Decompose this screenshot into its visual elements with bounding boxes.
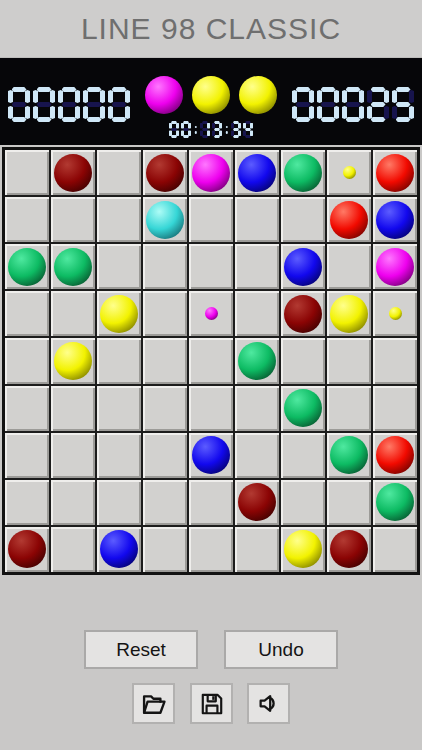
folder-open-icon: [140, 690, 168, 718]
board-cell-r5c5[interactable]: [189, 338, 233, 383]
board-cell-r6c2[interactable]: [51, 386, 95, 431]
score-right-display: [292, 87, 414, 122]
board-cell-r8c3[interactable]: [97, 480, 141, 525]
board-cell-r8c6[interactable]: [235, 480, 279, 525]
game-board: [2, 147, 420, 575]
darkred-ball[interactable]: [54, 154, 92, 192]
board-cell-r3c9[interactable]: [373, 244, 417, 289]
board-cell-r7c4[interactable]: [143, 433, 187, 478]
board-cell-r5c3[interactable]: [97, 338, 141, 383]
board-cell-r8c8[interactable]: [327, 480, 371, 525]
board-cell-r8c1[interactable]: [5, 480, 49, 525]
open-file-button[interactable]: [132, 683, 175, 724]
green-ball[interactable]: [284, 154, 322, 192]
board-cell-r5c1[interactable]: [5, 338, 49, 383]
green-ball[interactable]: [54, 248, 92, 286]
board-cell-r9c2[interactable]: [51, 527, 95, 572]
reset-button[interactable]: Reset: [84, 630, 198, 669]
board-cell-r3c6[interactable]: [235, 244, 279, 289]
darkred-ball[interactable]: [238, 483, 276, 521]
board-cell-r2c1[interactable]: [5, 197, 49, 242]
board-cell-r1c7[interactable]: [281, 150, 325, 195]
darkred-ball[interactable]: [330, 530, 368, 568]
board-cell-r3c5[interactable]: [189, 244, 233, 289]
board-cell-r2c9[interactable]: [373, 197, 417, 242]
blue-ball[interactable]: [100, 530, 138, 568]
board-cell-r4c1[interactable]: [5, 291, 49, 336]
green-ball[interactable]: [8, 248, 46, 286]
red-ball[interactable]: [376, 436, 414, 474]
board-cell-r1c5[interactable]: [189, 150, 233, 195]
board-cell-r7c1[interactable]: [5, 433, 49, 478]
board-cell-r6c3[interactable]: [97, 386, 141, 431]
board-cell-r4c3[interactable]: [97, 291, 141, 336]
board-cell-r4c7[interactable]: [281, 291, 325, 336]
yellow-ball-small[interactable]: [389, 307, 402, 320]
next-magenta-ball: [145, 76, 183, 114]
board-cell-r7c3[interactable]: [97, 433, 141, 478]
board-cell-r3c7[interactable]: [281, 244, 325, 289]
blue-ball[interactable]: [238, 154, 276, 192]
board-cell-r4c5[interactable]: [189, 291, 233, 336]
magenta-ball-small[interactable]: [205, 307, 218, 320]
yellow-ball[interactable]: [100, 295, 138, 333]
board-cell-r3c2[interactable]: [51, 244, 95, 289]
board-cell-r4c8[interactable]: [327, 291, 371, 336]
board-cell-r1c8[interactable]: [327, 150, 371, 195]
board-cell-r2c6[interactable]: [235, 197, 279, 242]
red-ball[interactable]: [376, 154, 414, 192]
speaker-icon: [255, 690, 282, 717]
board-cell-r8c9[interactable]: [373, 480, 417, 525]
undo-button[interactable]: Undo: [224, 630, 338, 669]
board-cell-r8c5[interactable]: [189, 480, 233, 525]
board-cell-r4c6[interactable]: [235, 291, 279, 336]
board-cell-r1c6[interactable]: [235, 150, 279, 195]
cyan-ball[interactable]: [146, 201, 184, 239]
board-cell-r4c9[interactable]: [373, 291, 417, 336]
board-cell-r6c5[interactable]: [189, 386, 233, 431]
board-cell-r8c4[interactable]: [143, 480, 187, 525]
board-cell-r8c7[interactable]: [281, 480, 325, 525]
board-cell-r9c3[interactable]: [97, 527, 141, 572]
red-ball[interactable]: [330, 201, 368, 239]
darkred-ball[interactable]: [146, 154, 184, 192]
yellow-ball-small[interactable]: [343, 166, 356, 179]
board-cell-r2c4[interactable]: [143, 197, 187, 242]
blue-ball[interactable]: [376, 201, 414, 239]
timer-display: [169, 121, 253, 138]
yellow-ball[interactable]: [330, 295, 368, 333]
board-cell-r1c4[interactable]: [143, 150, 187, 195]
app-screen: LINE 98 CLASSIC Reset Undo: [0, 0, 422, 750]
board-cell-r8c2[interactable]: [51, 480, 95, 525]
board-cell-r9c7[interactable]: [281, 527, 325, 572]
board-cell-r9c8[interactable]: [327, 527, 371, 572]
board-cell-r1c9[interactable]: [373, 150, 417, 195]
darkred-ball[interactable]: [284, 295, 322, 333]
board-cell-r5c6[interactable]: [235, 338, 279, 383]
board-cell-r3c1[interactable]: [5, 244, 49, 289]
board-cell-r2c7[interactable]: [281, 197, 325, 242]
board-cell-r5c8[interactable]: [327, 338, 371, 383]
board-cell-r7c8[interactable]: [327, 433, 371, 478]
board-cell-r4c4[interactable]: [143, 291, 187, 336]
next-balls-preview: [145, 76, 277, 114]
darkred-ball[interactable]: [8, 530, 46, 568]
yellow-ball[interactable]: [284, 530, 322, 568]
board-cell-r9c1[interactable]: [5, 527, 49, 572]
board-cell-r2c5[interactable]: [189, 197, 233, 242]
scoreboard-panel: [0, 58, 422, 145]
app-title: LINE 98 CLASSIC: [81, 12, 341, 46]
sound-button[interactable]: [247, 683, 290, 724]
board-cell-r4c2[interactable]: [51, 291, 95, 336]
board-cell-r9c6[interactable]: [235, 527, 279, 572]
magenta-ball[interactable]: [192, 154, 230, 192]
board-cell-r9c5[interactable]: [189, 527, 233, 572]
board-cell-r3c4[interactable]: [143, 244, 187, 289]
board-cell-r7c2[interactable]: [51, 433, 95, 478]
board-cell-r9c4[interactable]: [143, 527, 187, 572]
board-cell-r7c6[interactable]: [235, 433, 279, 478]
yellow-ball[interactable]: [54, 342, 92, 380]
board-cell-r5c4[interactable]: [143, 338, 187, 383]
green-ball[interactable]: [238, 342, 276, 380]
board-cell-r9c9[interactable]: [373, 527, 417, 572]
save-floppy-icon: [199, 691, 225, 717]
green-ball[interactable]: [284, 389, 322, 427]
board-cell-r6c9[interactable]: [373, 386, 417, 431]
green-ball[interactable]: [376, 483, 414, 521]
board-cell-r7c7[interactable]: [281, 433, 325, 478]
board-cell-r2c8[interactable]: [327, 197, 371, 242]
save-button[interactable]: [190, 683, 233, 724]
board-cell-r6c6[interactable]: [235, 386, 279, 431]
board-cell-r1c1[interactable]: [5, 150, 49, 195]
board-cell-r7c9[interactable]: [373, 433, 417, 478]
next-yellow-ball: [239, 76, 277, 114]
next-yellow-ball: [192, 76, 230, 114]
magenta-ball[interactable]: [376, 248, 414, 286]
board-cell-r2c3[interactable]: [97, 197, 141, 242]
board-cell-r6c1[interactable]: [5, 386, 49, 431]
board-cell-r6c4[interactable]: [143, 386, 187, 431]
board-cell-r6c8[interactable]: [327, 386, 371, 431]
board-cell-r5c2[interactable]: [51, 338, 95, 383]
board-cell-r5c9[interactable]: [373, 338, 417, 383]
blue-ball[interactable]: [192, 436, 230, 474]
board-cell-r1c2[interactable]: [51, 150, 95, 195]
board-cell-r5c7[interactable]: [281, 338, 325, 383]
board-cell-r6c7[interactable]: [281, 386, 325, 431]
board-cell-r1c3[interactable]: [97, 150, 141, 195]
score-left-display: [8, 87, 130, 122]
board-cell-r7c5[interactable]: [189, 433, 233, 478]
green-ball[interactable]: [330, 436, 368, 474]
blue-ball[interactable]: [284, 248, 322, 286]
board-cell-r3c8[interactable]: [327, 244, 371, 289]
board-cell-r3c3[interactable]: [97, 244, 141, 289]
board-cell-r2c2[interactable]: [51, 197, 95, 242]
title-bar: LINE 98 CLASSIC: [0, 0, 422, 58]
